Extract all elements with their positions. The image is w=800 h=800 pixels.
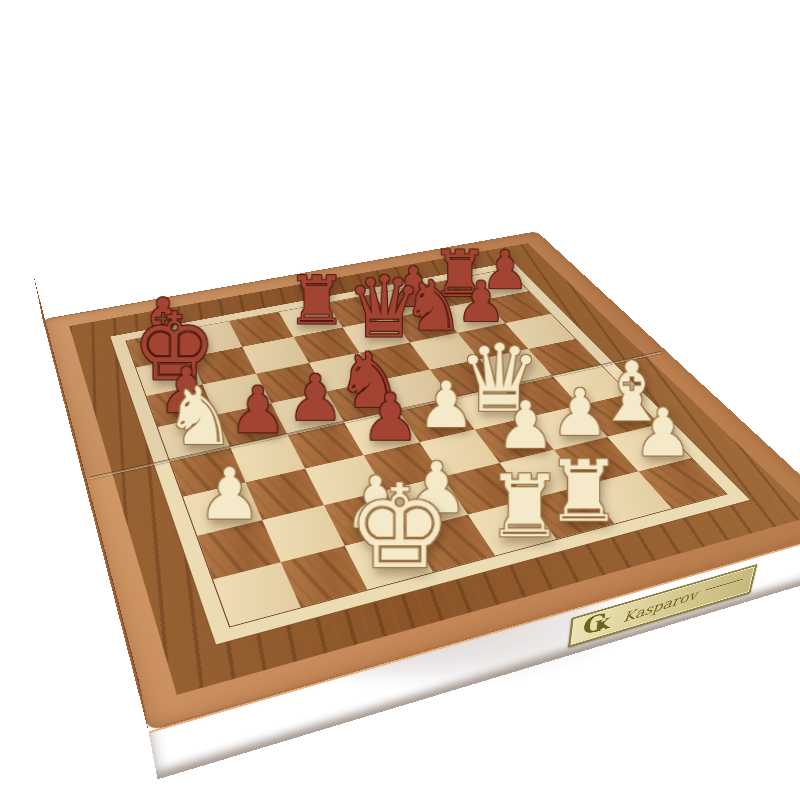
white-N-glyph: ♞ [164,380,236,452]
signature-flourish [706,578,743,590]
white-R-glyph: ♜ [486,468,564,546]
white-P-glyph: ♟ [197,463,261,527]
product-photo-scene: G K Kasparov ♝♜♟♜♟♚♛♞♟♟♞♟♟♞♟♟♛♟♟♟♝♟♟♟♚♜♜ [0,0,800,800]
white-P-glyph: ♟ [634,404,693,463]
red-P-glyph: ♟ [229,382,287,440]
white-P-glyph: ♟ [551,384,609,442]
plaque-monogram-k: K [593,614,611,636]
white-P-glyph: ♟ [417,377,474,434]
red-P-glyph: ♟ [362,389,420,447]
red-P-glyph: ♟ [287,370,344,427]
white-K-glyph: ♚ [347,474,451,579]
red-R-glyph: ♜ [287,271,347,331]
plaque-monogram: G K [581,607,617,641]
